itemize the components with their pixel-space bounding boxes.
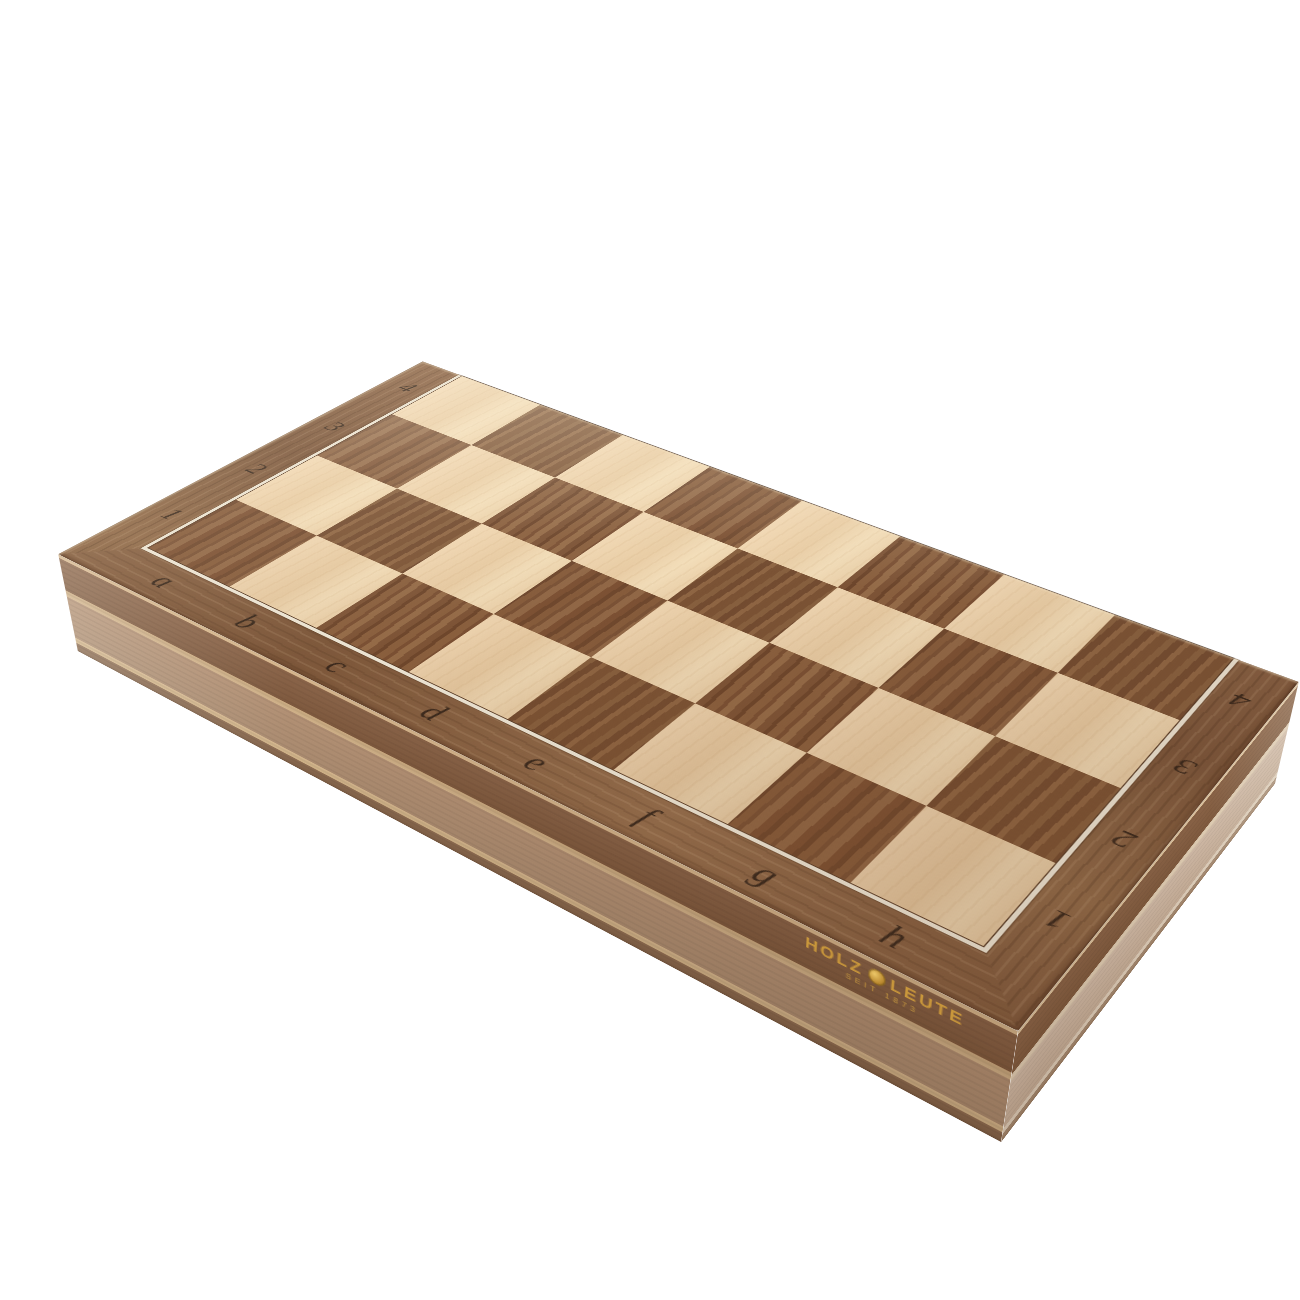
square-h4: [1058, 615, 1233, 720]
chess-board: 4321 4321 abcdefgh HOLZ LEUTE SEIT 1873: [58, 362, 1299, 1032]
square-e2: [591, 601, 769, 704]
square-f1: [614, 703, 807, 824]
square-h2: [926, 736, 1120, 863]
product-photo-background: 4321 4321 abcdefgh HOLZ LEUTE SEIT 1873: [0, 0, 1300, 1300]
square-g1: [728, 753, 927, 883]
square-g3: [879, 629, 1058, 737]
square-d1: [409, 614, 591, 719]
square-h1: [851, 806, 1056, 946]
squares-grid: [148, 376, 1233, 946]
square-h3: [995, 673, 1179, 788]
playing-field: [148, 376, 1233, 946]
square-f2: [695, 643, 878, 753]
square-e1: [508, 657, 696, 770]
square-g2: [807, 688, 996, 806]
